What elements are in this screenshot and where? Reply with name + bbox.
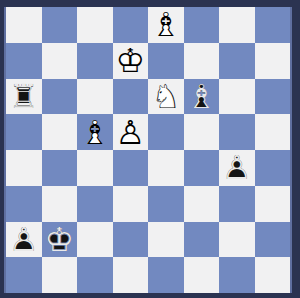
square-e5[interactable] — [148, 114, 184, 150]
pawn-outline-glyph: ♙ — [219, 150, 255, 186]
square-c3[interactable] — [77, 186, 113, 222]
square-c6[interactable] — [77, 79, 113, 115]
square-b3[interactable] — [42, 186, 78, 222]
square-g1[interactable] — [219, 257, 255, 293]
black-bishop[interactable]: ♝♗ — [184, 79, 220, 115]
square-f4[interactable] — [184, 150, 220, 186]
square-a2[interactable]: ♟♙ — [6, 222, 42, 258]
square-a6[interactable]: ♜♖ — [6, 79, 42, 115]
knight-outline-glyph: ♘ — [148, 79, 184, 115]
square-a4[interactable] — [6, 150, 42, 186]
square-b7[interactable] — [42, 43, 78, 79]
square-e4[interactable] — [148, 150, 184, 186]
black-king[interactable]: ♚♔ — [42, 222, 78, 258]
square-d8[interactable] — [113, 7, 149, 43]
king-outline-glyph: ♔ — [113, 43, 149, 79]
square-h2[interactable] — [255, 222, 291, 258]
square-h1[interactable] — [255, 257, 291, 293]
square-f7[interactable] — [184, 43, 220, 79]
square-b5[interactable] — [42, 114, 78, 150]
square-e3[interactable] — [148, 186, 184, 222]
king-outline-glyph: ♔ — [42, 222, 78, 258]
square-a8[interactable] — [6, 7, 42, 43]
board-frame: ♝♗♚♔♜♖♞♘♝♗♝♗♟♙♟♙♟♙♚♔ — [0, 0, 300, 298]
black-pawn[interactable]: ♟♙ — [6, 222, 42, 258]
square-h8[interactable] — [255, 7, 291, 43]
square-a3[interactable] — [6, 186, 42, 222]
square-f3[interactable] — [184, 186, 220, 222]
square-d2[interactable] — [113, 222, 149, 258]
square-d3[interactable] — [113, 186, 149, 222]
square-f6[interactable]: ♝♗ — [184, 79, 220, 115]
bishop-outline-glyph: ♗ — [77, 114, 113, 150]
square-c5[interactable]: ♝♗ — [77, 114, 113, 150]
square-g6[interactable] — [219, 79, 255, 115]
square-c7[interactable] — [77, 43, 113, 79]
square-a5[interactable] — [6, 114, 42, 150]
square-e1[interactable] — [148, 257, 184, 293]
square-b6[interactable] — [42, 79, 78, 115]
square-a1[interactable] — [6, 257, 42, 293]
square-g4[interactable]: ♟♙ — [219, 150, 255, 186]
square-b4[interactable] — [42, 150, 78, 186]
square-d1[interactable] — [113, 257, 149, 293]
square-h3[interactable] — [255, 186, 291, 222]
square-f8[interactable] — [184, 7, 220, 43]
square-e7[interactable] — [148, 43, 184, 79]
square-d6[interactable] — [113, 79, 149, 115]
square-h5[interactable] — [255, 114, 291, 150]
square-g5[interactable] — [219, 114, 255, 150]
square-e6[interactable]: ♞♘ — [148, 79, 184, 115]
square-a7[interactable] — [6, 43, 42, 79]
square-g3[interactable] — [219, 186, 255, 222]
square-b8[interactable] — [42, 7, 78, 43]
square-e2[interactable] — [148, 222, 184, 258]
white-bishop[interactable]: ♝♗ — [77, 114, 113, 150]
square-e8[interactable]: ♝♗ — [148, 7, 184, 43]
white-knight[interactable]: ♞♘ — [148, 79, 184, 115]
bishop-outline-glyph: ♗ — [148, 7, 184, 43]
square-c4[interactable] — [77, 150, 113, 186]
bishop-outline-glyph: ♗ — [184, 79, 220, 115]
pawn-outline-glyph: ♙ — [113, 114, 149, 150]
white-bishop[interactable]: ♝♗ — [148, 7, 184, 43]
square-d5[interactable]: ♟♙ — [113, 114, 149, 150]
square-h6[interactable] — [255, 79, 291, 115]
square-h4[interactable] — [255, 150, 291, 186]
square-c1[interactable] — [77, 257, 113, 293]
square-g2[interactable] — [219, 222, 255, 258]
square-b2[interactable]: ♚♔ — [42, 222, 78, 258]
square-d4[interactable] — [113, 150, 149, 186]
white-pawn[interactable]: ♟♙ — [113, 114, 149, 150]
rook-outline-glyph: ♖ — [6, 79, 42, 115]
square-d7[interactable]: ♚♔ — [113, 43, 149, 79]
square-c8[interactable] — [77, 7, 113, 43]
square-c2[interactable] — [77, 222, 113, 258]
chess-board: ♝♗♚♔♜♖♞♘♝♗♝♗♟♙♟♙♟♙♚♔ — [4, 7, 292, 293]
square-b1[interactable] — [42, 257, 78, 293]
black-rook[interactable]: ♜♖ — [6, 79, 42, 115]
square-g7[interactable] — [219, 43, 255, 79]
square-f1[interactable] — [184, 257, 220, 293]
square-g8[interactable] — [219, 7, 255, 43]
square-f5[interactable] — [184, 114, 220, 150]
square-h7[interactable] — [255, 43, 291, 79]
black-pawn[interactable]: ♟♙ — [219, 150, 255, 186]
white-king[interactable]: ♚♔ — [113, 43, 149, 79]
square-f2[interactable] — [184, 222, 220, 258]
pawn-outline-glyph: ♙ — [6, 222, 42, 258]
